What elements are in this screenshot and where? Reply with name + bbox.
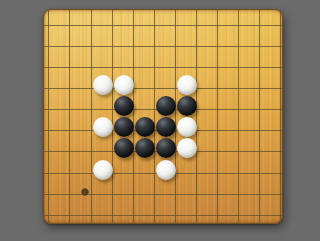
grid-line-horizontal [44, 46, 282, 47]
stone-black[interactable] [114, 117, 134, 137]
stone-white[interactable] [177, 138, 197, 158]
app-background [0, 0, 320, 241]
stone-black[interactable] [156, 117, 176, 137]
grid-line-horizontal [44, 194, 282, 195]
grid-line-vertical [112, 10, 113, 223]
stone-black[interactable] [156, 138, 176, 158]
grid-line-vertical [280, 10, 281, 223]
grid-line-vertical [154, 10, 155, 223]
grid-line-horizontal [44, 215, 282, 216]
grid-line-horizontal [44, 88, 282, 89]
grid-line-vertical [175, 10, 176, 223]
grid-line-vertical [133, 10, 134, 223]
stone-white[interactable] [93, 160, 113, 180]
stone-white[interactable] [93, 75, 113, 95]
stone-white[interactable] [177, 117, 197, 137]
grid-line-vertical [48, 10, 49, 223]
grid-line-vertical [196, 10, 197, 223]
stone-white[interactable] [177, 75, 197, 95]
stone-white[interactable] [114, 75, 134, 95]
grid-line-vertical [91, 10, 92, 223]
grid-line-vertical [217, 10, 218, 223]
star-point [81, 188, 89, 196]
stone-white[interactable] [156, 160, 176, 180]
stone-white[interactable] [93, 117, 113, 137]
stone-black[interactable] [114, 96, 134, 116]
stone-black[interactable] [156, 96, 176, 116]
go-board[interactable] [43, 9, 283, 224]
stone-black[interactable] [114, 138, 134, 158]
grid-line-vertical [259, 10, 260, 223]
grid-line-horizontal [44, 67, 282, 68]
grid-line-horizontal [44, 25, 282, 26]
stone-black[interactable] [135, 138, 155, 158]
stone-black[interactable] [177, 96, 197, 116]
grid-line-vertical [238, 10, 239, 223]
grid-line-vertical [69, 10, 70, 223]
stone-black[interactable] [135, 117, 155, 137]
